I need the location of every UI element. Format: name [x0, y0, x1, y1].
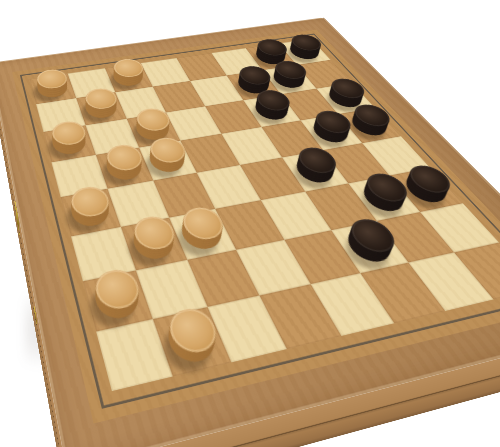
light-piece-c8[interactable]	[111, 67, 147, 89]
dark-piece-h5[interactable]	[346, 112, 393, 138]
light-piece-b5[interactable]	[103, 153, 145, 183]
light-piece-a6[interactable]	[50, 130, 89, 158]
dark-piece-f4[interactable]	[290, 155, 339, 186]
dark-piece-f6[interactable]	[250, 98, 293, 123]
light-piece-a8[interactable]	[35, 77, 70, 100]
dark-piece-g3[interactable]	[357, 181, 411, 215]
dark-piece-h8[interactable]	[285, 42, 324, 61]
light-piece-c3[interactable]	[177, 215, 227, 253]
checkers-box	[0, 17, 500, 447]
dark-piece-g7[interactable]	[269, 68, 309, 90]
light-piece-b1[interactable]	[162, 316, 220, 368]
light-piece-b7[interactable]	[82, 96, 119, 120]
scene	[0, 0, 500, 447]
light-piece-c5[interactable]	[146, 146, 189, 176]
light-piece-a2[interactable]	[91, 277, 143, 323]
dark-piece-f2[interactable]	[340, 227, 397, 266]
product-photo-stage	[0, 0, 500, 447]
light-piece-b3[interactable]	[129, 224, 178, 263]
dark-piece-g5[interactable]	[308, 119, 354, 146]
light-piece-a4[interactable]	[68, 194, 112, 229]
